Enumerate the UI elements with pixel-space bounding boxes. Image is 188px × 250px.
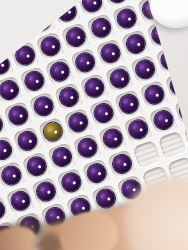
tray-cell [107,149,136,178]
rhinestone-purple [0,138,13,161]
rhinestone-purple [85,161,108,184]
tray-cell [148,105,177,134]
tray-cell [47,142,76,171]
rhinestone-purple [25,154,48,177]
rhinestone-purple [6,104,29,127]
tray-cell [97,123,126,152]
rhinestone-purple [15,129,38,152]
rhinestone-purple [117,92,140,115]
rhinestone-purple [38,34,61,57]
rhinestone-purple [0,198,6,221]
rhinestone-purple [8,189,31,212]
tray-cell [70,47,99,76]
rhinestone-purple [57,85,80,108]
rhinestone-purple [108,67,131,90]
tray-cell [44,57,73,86]
rhinestone-purple [48,60,71,83]
tray-cell [88,98,117,127]
rhinestone-purple [0,113,4,136]
tray-cell [56,167,85,196]
tray-cell [19,66,48,95]
rhinestone-purple [126,117,149,140]
tray-cell [72,133,101,162]
tray-cell [114,89,143,118]
tray-cell [123,114,152,143]
tray-cell [31,177,60,206]
rhinestone-purple [105,0,128,4]
tray-cell [0,75,23,104]
rhinestone-purple [110,152,133,175]
rhinestone-purple [114,7,137,30]
rhinestone-purple [89,16,112,39]
rhinestone-purple [142,83,165,106]
rhinestone-purple [91,101,114,124]
rhinestone-purple [82,76,105,99]
empty-cell [157,130,186,159]
tray-cell [3,100,32,129]
rhinestone-purple [75,136,98,159]
tray-cell [86,13,115,42]
tray-cell [81,158,110,187]
rhinestone-purple [73,51,96,74]
tray-cell [35,31,64,60]
rhinestone-purple [133,57,156,80]
rhinestone-purple [80,0,103,14]
rhinestone-purple [64,25,87,48]
empty-cell [132,140,161,169]
tray-cell [111,4,140,33]
tray-cell [121,29,150,58]
rhinestone-purple [31,94,54,117]
rhinestone-purple [22,69,45,92]
tray-cell [130,54,159,83]
rhinestone-purple [151,108,174,131]
rhinestone-purple [59,171,82,194]
tray-cell [63,107,92,136]
tray-cell [21,151,50,180]
photo-scene [0,0,188,250]
rhinestone-gold [41,120,64,143]
tray-cell [104,63,133,92]
rhinestone-purple [98,41,121,64]
tray-cell [79,73,108,102]
tray-cell [139,80,168,109]
tray-cell [12,126,41,155]
tray-cell [5,186,34,215]
tray-cell [37,117,66,146]
rhinestone-purple [0,164,22,187]
finger-gap-shadow [36,233,62,250]
tray-cell [54,82,83,111]
rhinestone-purple [101,127,124,150]
rhinestone-purple [34,180,57,203]
rhinestone-purple [124,32,147,55]
rhinestone-purple [50,145,73,168]
rhinestone-purple [66,111,89,134]
tray-cell [95,38,124,67]
tray-cell [0,160,25,189]
tray-cell [61,22,90,51]
rhinestone-purple [0,78,20,101]
tray-cell [28,91,57,120]
